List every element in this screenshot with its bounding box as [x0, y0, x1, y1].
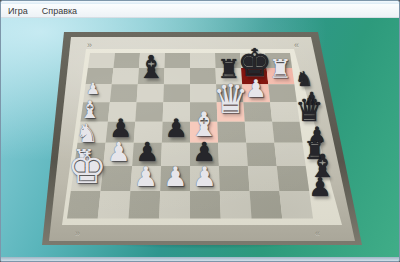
board: »«»«♝♜♚♜♟♛♟♟♝♟♟♟♚♟♟♟♟♝♞♜♞♟♛♟♜♝♟ — [1, 17, 400, 262]
piece-b3-white-pawn[interactable]: ♟ — [107, 138, 131, 164]
piece-e2-white-pawn[interactable]: ♟ — [193, 163, 217, 190]
window-bottom-edge — [1, 257, 399, 261]
piece-c7-black-bishop[interactable]: ♝ — [137, 52, 165, 83]
frame-ornament-bottom-right: « — [315, 229, 319, 238]
game-scene: »«»«♝♜♚♜♟♛♟♟♝♟♟♟♚♟♟♟♟♝♞♜♞♟♛♟♜♝♟ — [1, 17, 400, 262]
menu-game[interactable]: Игра — [1, 5, 35, 17]
captured-black-knight: ♞ — [295, 69, 313, 89]
piece-c2-white-pawn[interactable]: ♟ — [134, 163, 158, 190]
menu-help[interactable]: Справка — [35, 5, 84, 17]
piece-a2-white-king[interactable]: ♚ — [68, 146, 107, 190]
captured-white-pawn: ♟ — [86, 81, 100, 97]
chess-titans-window: Игра Справка »«»«♝♜♚♜♟♛♟♟♝♟♟♟♚♟♟♟♟♝♞♜♞♟♛… — [0, 0, 400, 262]
frame-ornament-top-left: » — [87, 41, 91, 50]
piece-d4-black-pawn[interactable]: ♟ — [165, 116, 188, 142]
captured-white-bishop: ♝ — [79, 98, 101, 122]
menu-bar: Игра Справка — [1, 4, 399, 18]
captured-black-pawn: ♟ — [308, 175, 331, 201]
frame-ornament-bottom-left: » — [75, 229, 79, 238]
piece-d2-white-pawn[interactable]: ♟ — [163, 163, 187, 190]
piece-h7-white-rook[interactable]: ♜ — [269, 58, 292, 84]
frame-ornament-top-right: « — [294, 41, 298, 50]
